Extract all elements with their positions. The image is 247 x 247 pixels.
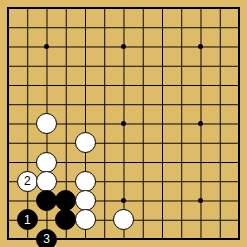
stone-black xyxy=(55,190,76,211)
stone-white xyxy=(75,171,96,192)
stone-black-move-3: 3 xyxy=(36,229,57,247)
move-number-label: 1 xyxy=(24,214,31,226)
stone-white xyxy=(36,152,57,173)
move-number-label: 3 xyxy=(43,233,50,245)
stone-white xyxy=(75,132,96,153)
stone-white xyxy=(36,171,57,192)
star-point xyxy=(198,121,203,126)
star-point xyxy=(121,198,126,203)
stone-black-move-1: 1 xyxy=(17,209,38,230)
star-point xyxy=(44,44,49,49)
stone-white-move-2: 2 xyxy=(17,171,38,192)
star-point xyxy=(198,44,203,49)
stone-white xyxy=(75,209,96,230)
star-point xyxy=(198,198,203,203)
stone-white xyxy=(75,190,96,211)
stone-white xyxy=(36,113,57,134)
stone-black xyxy=(55,209,76,230)
stone-black xyxy=(36,190,57,211)
star-point xyxy=(121,121,126,126)
stone-white xyxy=(113,209,134,230)
star-point xyxy=(121,44,126,49)
move-number-label: 2 xyxy=(24,175,31,187)
board-grid[interactable]: 213 xyxy=(0,0,247,247)
go-diagram: 213 xyxy=(0,0,247,247)
